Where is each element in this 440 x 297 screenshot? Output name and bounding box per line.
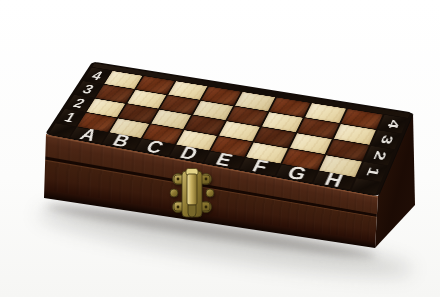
rank-label-text: 3 <box>377 134 395 145</box>
rank-label-text: 4 <box>89 69 105 82</box>
file-label-text: H <box>322 170 346 190</box>
rank-label-text: 3 <box>80 83 96 96</box>
rank-label-text: 1 <box>62 111 78 125</box>
clasp-hasp <box>187 174 197 205</box>
file-label-text: B <box>110 132 133 150</box>
file-label-text: C <box>143 138 166 157</box>
product-photo: 44332211ABCDEFGH <box>0 0 440 297</box>
file-label-text: E <box>213 151 235 170</box>
rank-label-text: 2 <box>71 96 87 110</box>
file-label-text: D <box>177 144 200 163</box>
rank-label-text: 2 <box>370 150 388 161</box>
rank-label-text: 1 <box>363 166 381 178</box>
rank-label-text: 4 <box>384 119 402 130</box>
file-label-text: A <box>77 126 100 144</box>
file-label-text: G <box>284 163 309 183</box>
clasp-latch <box>169 167 215 221</box>
clasp-hook <box>188 205 196 217</box>
file-label-text: F <box>249 157 270 176</box>
